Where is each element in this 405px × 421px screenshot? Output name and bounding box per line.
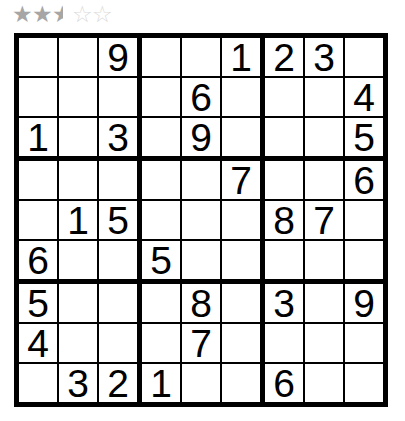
star-half-fill: ★ xyxy=(52,2,63,26)
cell-r1c1[interactable] xyxy=(19,38,59,78)
star-empty-icon: ☆ xyxy=(92,2,112,26)
given-digit: 3 xyxy=(313,38,335,77)
cell-r8c9[interactable] xyxy=(345,324,383,364)
cell-r6c1[interactable]: 6 xyxy=(19,241,59,284)
cell-r8c3[interactable] xyxy=(99,324,142,364)
cell-r6c8[interactable] xyxy=(305,241,345,284)
given-digit: 7 xyxy=(313,201,335,240)
cell-r5c1[interactable] xyxy=(19,201,59,241)
given-digit: 1 xyxy=(230,38,252,77)
cell-r2c4[interactable] xyxy=(142,78,182,118)
cell-r5c9[interactable] xyxy=(345,201,383,241)
cell-r3c6[interactable] xyxy=(222,118,265,161)
given-digit: 2 xyxy=(273,38,295,77)
sudoku-board: 9123641395761587655839473216 xyxy=(14,33,388,407)
given-digit: 3 xyxy=(273,284,295,323)
star-filled-icon: ★ xyxy=(12,2,32,26)
cell-r5c6[interactable] xyxy=(222,201,265,241)
cell-r9c5[interactable] xyxy=(182,364,222,402)
cell-r8c8[interactable] xyxy=(305,324,345,364)
cell-r8c2[interactable] xyxy=(59,324,99,364)
cell-r6c6[interactable] xyxy=(222,241,265,284)
cell-r5c8[interactable]: 7 xyxy=(305,201,345,241)
cell-r2c1[interactable] xyxy=(19,78,59,118)
cell-r6c3[interactable] xyxy=(99,241,142,284)
cell-r7c9[interactable]: 9 xyxy=(345,284,383,324)
cell-r1c4[interactable] xyxy=(142,38,182,78)
cell-r1c6[interactable]: 1 xyxy=(222,38,265,78)
cell-r4c2[interactable] xyxy=(59,161,99,201)
cell-r8c1[interactable]: 4 xyxy=(19,324,59,364)
cell-r6c9[interactable] xyxy=(345,241,383,284)
given-digit: 6 xyxy=(273,364,295,403)
cell-r9c8[interactable] xyxy=(305,364,345,402)
cell-r4c5[interactable] xyxy=(182,161,222,201)
cell-r3c5[interactable]: 9 xyxy=(182,118,222,161)
cell-r1c5[interactable] xyxy=(182,38,222,78)
cell-r7c2[interactable] xyxy=(59,284,99,324)
cell-r6c2[interactable] xyxy=(59,241,99,284)
cell-r2c9[interactable]: 4 xyxy=(345,78,383,118)
given-digit: 9 xyxy=(190,118,212,157)
cell-r1c8[interactable]: 3 xyxy=(305,38,345,78)
given-digit: 5 xyxy=(107,201,129,240)
cell-r7c7[interactable]: 3 xyxy=(265,284,305,324)
cell-r8c4[interactable] xyxy=(142,324,182,364)
cell-r8c5[interactable]: 7 xyxy=(182,324,222,364)
cell-r7c5[interactable]: 8 xyxy=(182,284,222,324)
cell-r1c3[interactable]: 9 xyxy=(99,38,142,78)
given-digit: 9 xyxy=(107,38,129,77)
cell-r6c4[interactable]: 5 xyxy=(142,241,182,284)
given-digit: 6 xyxy=(353,161,375,200)
cell-r5c5[interactable] xyxy=(182,201,222,241)
cell-r5c7[interactable]: 8 xyxy=(265,201,305,241)
given-digit: 6 xyxy=(27,241,49,280)
cell-r7c6[interactable] xyxy=(222,284,265,324)
cell-r6c5[interactable] xyxy=(182,241,222,284)
cell-r4c1[interactable] xyxy=(19,161,59,201)
given-digit: 6 xyxy=(190,78,212,117)
given-digit: 3 xyxy=(107,118,129,157)
cell-r9c2[interactable]: 3 xyxy=(59,364,99,402)
cell-r7c1[interactable]: 5 xyxy=(19,284,59,324)
given-digit: 2 xyxy=(107,364,129,403)
cell-r3c1[interactable]: 1 xyxy=(19,118,59,161)
given-digit: 7 xyxy=(230,161,252,200)
cell-r2c5[interactable]: 6 xyxy=(182,78,222,118)
cell-r9c3[interactable]: 2 xyxy=(99,364,142,402)
given-digit: 1 xyxy=(150,364,172,403)
cell-r9c9[interactable] xyxy=(345,364,383,402)
cell-r4c7[interactable] xyxy=(265,161,305,201)
cell-r3c3[interactable]: 3 xyxy=(99,118,142,161)
cell-r4c9[interactable]: 6 xyxy=(345,161,383,201)
cell-r8c7[interactable] xyxy=(265,324,305,364)
cell-r5c2[interactable]: 1 xyxy=(59,201,99,241)
cell-r5c4[interactable] xyxy=(142,201,182,241)
given-digit: 8 xyxy=(190,284,212,323)
difficulty-rating: ★★★☆☆ xyxy=(12,2,112,26)
cell-r3c9[interactable]: 5 xyxy=(345,118,383,161)
cell-r4c4[interactable] xyxy=(142,161,182,201)
cell-r2c8[interactable] xyxy=(305,78,345,118)
given-digit: 1 xyxy=(27,118,49,157)
star-empty-icon: ☆ xyxy=(72,2,92,26)
cell-r5c3[interactable]: 5 xyxy=(99,201,142,241)
given-digit: 4 xyxy=(353,78,375,117)
cell-r2c2[interactable] xyxy=(59,78,99,118)
cell-r7c4[interactable] xyxy=(142,284,182,324)
cell-r2c6[interactable] xyxy=(222,78,265,118)
star-filled-icon: ★ xyxy=(32,2,52,26)
cell-r9c4[interactable]: 1 xyxy=(142,364,182,402)
cell-r2c3[interactable] xyxy=(99,78,142,118)
given-digit: 5 xyxy=(27,284,49,323)
cell-r6c7[interactable] xyxy=(265,241,305,284)
cell-r1c9[interactable] xyxy=(345,38,383,78)
cell-r3c8[interactable] xyxy=(305,118,345,161)
given-digit: 4 xyxy=(27,324,49,363)
cell-r4c3[interactable] xyxy=(99,161,142,201)
cell-r2c7[interactable] xyxy=(265,78,305,118)
cell-r1c2[interactable] xyxy=(59,38,99,78)
star-half-glyph: ★ xyxy=(52,2,63,26)
cell-r3c4[interactable] xyxy=(142,118,182,161)
given-digit: 1 xyxy=(67,201,89,240)
given-digit: 7 xyxy=(190,324,212,363)
cell-r3c7[interactable] xyxy=(265,118,305,161)
cell-r8c6[interactable] xyxy=(222,324,265,364)
cell-r7c3[interactable] xyxy=(99,284,142,324)
given-digit: 9 xyxy=(353,284,375,323)
cell-r4c6[interactable]: 7 xyxy=(222,161,265,201)
cell-r9c6[interactable] xyxy=(222,364,265,402)
given-digit: 8 xyxy=(273,201,295,240)
given-digit: 5 xyxy=(353,118,375,157)
cell-r7c8[interactable] xyxy=(305,284,345,324)
given-digit: 3 xyxy=(67,364,89,403)
given-digit: 5 xyxy=(150,241,172,280)
cell-r3c2[interactable] xyxy=(59,118,99,161)
cell-r1c7[interactable]: 2 xyxy=(265,38,305,78)
sudoku-page: ★★★☆☆ 9123641395761587655839473216 xyxy=(0,0,405,421)
cell-r9c1[interactable] xyxy=(19,364,59,402)
cell-r4c8[interactable] xyxy=(305,161,345,201)
cell-r9c7[interactable]: 6 xyxy=(265,364,305,402)
star-half-icon: ★ xyxy=(52,2,72,26)
